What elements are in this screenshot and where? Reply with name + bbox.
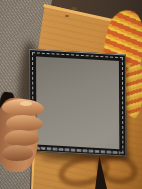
finger [4, 130, 39, 146]
finger [2, 145, 33, 161]
finger [6, 114, 44, 131]
hand [0, 0, 142, 189]
photo-scene [0, 0, 142, 189]
knuckle-highlight [20, 101, 32, 106]
